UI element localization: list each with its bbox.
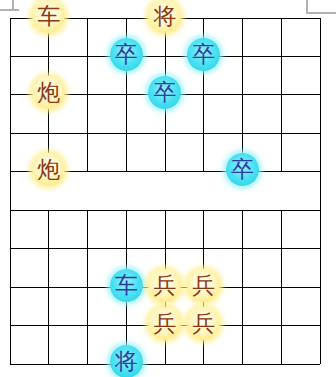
piece-yellow-cannon[interactable]: 炮 — [32, 76, 65, 109]
piece-yellow-cannon[interactable]: 炮 — [32, 153, 65, 186]
piece-cyan-soldier[interactable]: 卒 — [148, 76, 181, 109]
pieces-layer: 车将卒卒炮卒炮卒车兵兵兵兵将 — [0, 0, 336, 377]
piece-cyan-general[interactable]: 将 — [110, 345, 143, 377]
piece-cyan-soldier[interactable]: 卒 — [110, 38, 143, 71]
piece-yellow-soldier[interactable]: 兵 — [148, 269, 181, 302]
piece-yellow-general[interactable]: 将 — [148, 0, 181, 33]
xiangqi-diagram: 车将卒卒炮卒炮卒车兵兵兵兵将 — [0, 0, 336, 377]
piece-cyan-soldier[interactable]: 卒 — [226, 153, 259, 186]
piece-yellow-chariot[interactable]: 车 — [32, 0, 65, 33]
piece-yellow-soldier[interactable]: 兵 — [148, 307, 181, 340]
piece-cyan-soldier[interactable]: 卒 — [187, 38, 220, 71]
piece-yellow-soldier[interactable]: 兵 — [187, 269, 220, 302]
piece-cyan-chariot[interactable]: 车 — [110, 269, 143, 302]
piece-yellow-soldier[interactable]: 兵 — [187, 307, 220, 340]
